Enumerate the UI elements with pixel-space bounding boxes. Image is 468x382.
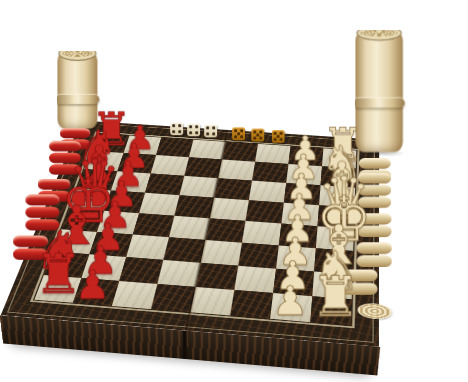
ivory-rook: ♜ [310, 270, 350, 323]
amber-die [251, 128, 264, 141]
game-board: ♜♟♟♜♞♟♟♞♝♟♟♝♛♟♟♛♚♟♟♚♝♟♟♝♞♟♟♞♜♟♟♜ [1, 120, 379, 346]
bone-die [170, 122, 183, 135]
shaker-opening [58, 46, 96, 61]
ivory-pawn: ♟ [270, 281, 310, 319]
perspective-stage: ♜♟♟♜♞♟♟♞♝♟♟♝♛♟♟♛♚♟♟♚♝♟♟♝♞♟♟♞♜♟♟♜ [0, 0, 468, 382]
front-fold-seam [183, 330, 187, 359]
square-r7c1: ♟ [73, 278, 119, 306]
square-r7c6: ♟ [270, 293, 312, 322]
amber-die [232, 127, 245, 140]
amber-die [271, 130, 284, 143]
photo-scene: ♜♟♟♜♞♟♟♞♝♟♟♝♛♟♟♛♚♟♟♚♝♟♟♝♞♟♟♞♜♟♟♜ [0, 0, 468, 382]
shaker-opening [356, 25, 401, 40]
bone-die [187, 123, 200, 136]
red-rook: ♜ [34, 249, 73, 300]
red-pawn: ♟ [73, 266, 113, 304]
shaker-waist-ring [353, 98, 404, 107]
bone-die [204, 124, 217, 137]
square-r7c7: ♜ [310, 296, 351, 325]
